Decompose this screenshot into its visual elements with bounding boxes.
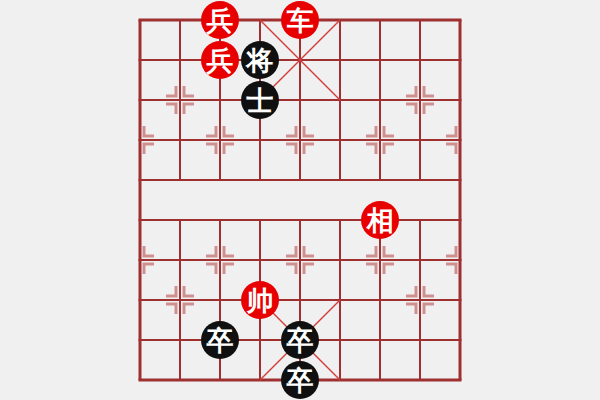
piece-black-soldier-a[interactable]: 卒 <box>201 321 239 359</box>
piece-black-soldier-b[interactable]: 卒 <box>281 321 319 359</box>
piece-red-general[interactable]: 帅 <box>241 281 279 319</box>
piece-black-soldier-c[interactable]: 卒 <box>281 361 319 399</box>
xiangqi-board: 兵车兵将士相帅卒卒卒 <box>120 0 480 400</box>
piece-black-advisor[interactable]: 士 <box>241 81 279 119</box>
piece-black-general[interactable]: 将 <box>241 41 279 79</box>
piece-red-elephant[interactable]: 相 <box>361 201 399 239</box>
piece-red-soldier-a[interactable]: 兵 <box>201 1 239 39</box>
piece-red-soldier-b[interactable]: 兵 <box>201 41 239 79</box>
piece-red-chariot[interactable]: 车 <box>281 1 319 39</box>
xiangqi-diagram: 兵车兵将士相帅卒卒卒 <box>0 0 600 400</box>
